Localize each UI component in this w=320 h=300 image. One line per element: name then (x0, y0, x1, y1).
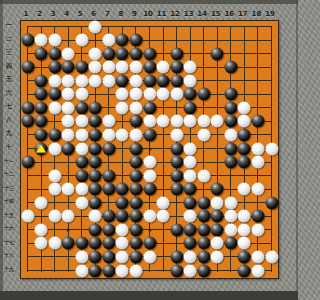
white-stone-15-14 (211, 196, 224, 209)
white-stone-4-7 (62, 101, 75, 114)
column-label-9: 9 (132, 9, 137, 19)
black-stone-15-13 (211, 183, 224, 196)
white-stone-5-18 (75, 250, 88, 263)
black-stone-9-14 (129, 196, 142, 209)
black-stone-17-19 (238, 264, 251, 277)
row-label-14: 十四 (4, 198, 14, 204)
white-stone-19-10 (265, 142, 278, 155)
black-stone-6-9 (89, 128, 102, 141)
black-stone-10-13 (143, 183, 156, 196)
black-stone-4-10 (62, 142, 75, 155)
black-stone-13-6 (184, 88, 197, 101)
black-stone-12-16 (170, 223, 183, 236)
white-stone-8-19 (116, 264, 129, 277)
white-stone-12-8 (170, 115, 183, 128)
triangle-marker (36, 145, 46, 153)
black-stone-10-17 (143, 237, 156, 250)
black-stone-13-14 (184, 196, 197, 209)
row-coordinate-labels: 一二三四五六七八九十十一十二十三十四十五十六十七十八十九 (0, 0, 18, 300)
black-stone-5-17 (75, 237, 88, 250)
black-stone-8-3 (116, 47, 129, 60)
white-stone-3-12 (48, 169, 61, 182)
row-label-16: 十六 (4, 225, 14, 231)
window-top-edge (0, 0, 298, 4)
row-label-10: 十 (6, 143, 12, 152)
black-stone-14-19 (197, 264, 210, 277)
white-stone-2-17 (35, 237, 48, 250)
black-stone-10-9 (143, 128, 156, 141)
black-stone-5-7 (75, 101, 88, 114)
black-stone-15-16 (211, 223, 224, 236)
black-stone-10-5 (143, 74, 156, 87)
white-stone-3-13 (48, 183, 61, 196)
black-stone-3-6 (48, 88, 61, 101)
black-stone-12-4 (170, 61, 183, 74)
white-stone-17-13 (238, 183, 251, 196)
row-label-12: 十二 (4, 171, 14, 177)
black-stone-9-13 (129, 183, 142, 196)
black-stone-12-13 (170, 183, 183, 196)
white-stone-13-18 (184, 250, 197, 263)
white-stone-3-2 (48, 34, 61, 47)
white-stone-9-6 (129, 88, 142, 101)
white-stone-9-19 (129, 264, 142, 277)
black-stone-9-10 (129, 142, 142, 155)
row-label-17: 十七 (4, 239, 14, 245)
black-stone-4-17 (62, 237, 75, 250)
row-label-7: 七 (6, 102, 12, 111)
white-stone-11-8 (157, 115, 170, 128)
hoshi-point (148, 228, 151, 231)
black-stone-17-10 (238, 142, 251, 155)
white-stone-5-8 (75, 115, 88, 128)
white-stone-10-18 (143, 250, 156, 263)
white-stone-13-11 (184, 156, 197, 169)
white-stone-15-17 (211, 237, 224, 250)
white-stone-6-4 (89, 61, 102, 74)
black-stone-7-10 (102, 142, 115, 155)
row-label-4: 四 (6, 61, 12, 70)
black-stone-17-9 (238, 128, 251, 141)
white-stone-5-13 (75, 183, 88, 196)
white-stone-12-9 (170, 128, 183, 141)
black-stone-5-12 (75, 169, 88, 182)
black-stone-7-12 (102, 169, 115, 182)
column-label-19: 19 (265, 9, 275, 19)
black-stone-8-13 (116, 183, 129, 196)
white-stone-10-12 (143, 169, 156, 182)
white-stone-16-9 (224, 128, 237, 141)
white-stone-7-5 (102, 74, 115, 87)
black-stone-6-13 (89, 183, 102, 196)
black-stone-6-7 (89, 101, 102, 114)
grid-hline (27, 270, 272, 271)
white-stone-12-6 (170, 88, 183, 101)
white-stone-5-6 (75, 88, 88, 101)
column-label-13: 13 (184, 9, 194, 19)
white-stone-14-9 (197, 128, 210, 141)
white-stone-11-4 (157, 61, 170, 74)
white-stone-3-7 (48, 101, 61, 114)
black-stone-18-8 (251, 115, 264, 128)
white-stone-8-6 (116, 88, 129, 101)
white-stone-6-15 (89, 210, 102, 223)
black-stone-7-17 (102, 237, 115, 250)
black-stone-2-9 (35, 128, 48, 141)
row-label-6: 六 (6, 88, 12, 97)
white-stone-3-15 (48, 210, 61, 223)
black-stone-1-2 (21, 34, 34, 47)
row-label-1: 一 (6, 21, 12, 30)
white-stone-13-19 (184, 264, 197, 277)
black-stone-1-8 (21, 115, 34, 128)
black-stone-11-5 (157, 74, 170, 87)
white-stone-10-11 (143, 156, 156, 169)
white-stone-9-9 (129, 128, 142, 141)
white-stone-5-2 (75, 34, 88, 47)
black-stone-17-11 (238, 156, 251, 169)
white-stone-8-4 (116, 61, 129, 74)
white-stone-10-8 (143, 115, 156, 128)
white-stone-4-3 (62, 47, 75, 60)
white-stone-9-4 (129, 61, 142, 74)
black-stone-16-17 (224, 237, 237, 250)
black-stone-1-11 (21, 156, 34, 169)
black-stone-9-3 (129, 47, 142, 60)
white-stone-2-2 (35, 34, 48, 47)
column-label-3: 3 (51, 9, 56, 19)
white-stone-15-18 (211, 250, 224, 263)
row-label-15: 十五 (4, 212, 14, 218)
black-stone-12-3 (170, 47, 183, 60)
row-label-13: 十三 (4, 185, 14, 191)
black-stone-18-15 (251, 210, 264, 223)
black-stone-17-18 (238, 250, 251, 263)
black-stone-5-11 (75, 156, 88, 169)
white-stone-13-12 (184, 169, 197, 182)
white-stone-18-18 (251, 250, 264, 263)
window-bottom-edge (0, 291, 298, 300)
black-stone-12-5 (170, 74, 183, 87)
black-stone-8-15 (116, 210, 129, 223)
column-label-6: 6 (91, 9, 96, 19)
black-stone-3-4 (48, 61, 61, 74)
black-stone-9-18 (129, 250, 142, 263)
white-stone-6-1 (89, 20, 102, 33)
row-label-5: 五 (6, 75, 12, 84)
black-stone-16-7 (224, 101, 237, 114)
black-stone-14-16 (197, 223, 210, 236)
black-stone-13-13 (184, 183, 197, 196)
row-label-3: 三 (6, 48, 12, 57)
black-stone-7-18 (102, 250, 115, 263)
black-stone-8-14 (116, 196, 129, 209)
black-stone-7-16 (102, 223, 115, 236)
black-stone-7-3 (102, 47, 115, 60)
white-stone-18-13 (251, 183, 264, 196)
white-stone-5-9 (75, 128, 88, 141)
white-stone-4-15 (62, 210, 75, 223)
black-stone-14-18 (197, 250, 210, 263)
black-stone-16-10 (224, 142, 237, 155)
column-label-11: 11 (157, 9, 167, 19)
row-label-11: 十一 (4, 158, 14, 164)
black-stone-4-4 (62, 61, 75, 74)
column-label-7: 7 (105, 9, 110, 19)
white-stone-11-6 (157, 88, 170, 101)
window-right-edge (296, 0, 298, 300)
white-stone-10-15 (143, 210, 156, 223)
white-stone-4-5 (62, 74, 75, 87)
black-stone-7-13 (102, 183, 115, 196)
black-stone-1-7 (21, 101, 34, 114)
black-stone-6-17 (89, 237, 102, 250)
row-label-2: 二 (6, 34, 12, 43)
go-board[interactable] (20, 20, 279, 279)
white-stone-17-17 (238, 237, 251, 250)
white-stone-16-16 (224, 223, 237, 236)
black-stone-1-4 (21, 61, 34, 74)
black-stone-15-15 (211, 210, 224, 223)
white-stone-3-5 (48, 74, 61, 87)
white-stone-13-10 (184, 142, 197, 155)
column-label-5: 5 (78, 9, 83, 19)
black-stone-6-12 (89, 169, 102, 182)
white-stone-16-14 (224, 196, 237, 209)
white-stone-2-16 (35, 223, 48, 236)
black-stone-9-16 (129, 223, 142, 236)
black-stone-6-11 (89, 156, 102, 169)
white-stone-3-10 (48, 142, 61, 155)
white-stone-13-4 (184, 61, 197, 74)
white-stone-16-15 (224, 210, 237, 223)
black-stone-13-7 (184, 101, 197, 114)
white-stone-5-5 (75, 74, 88, 87)
white-stone-18-11 (251, 156, 264, 169)
black-stone-2-5 (35, 74, 48, 87)
white-stone-4-8 (62, 115, 75, 128)
column-label-14: 14 (197, 9, 207, 19)
row-label-8: 八 (6, 115, 12, 124)
column-label-1: 1 (24, 9, 29, 19)
white-stone-7-9 (102, 128, 115, 141)
white-stone-7-2 (102, 34, 115, 47)
black-stone-16-4 (224, 61, 237, 74)
black-stone-12-10 (170, 142, 183, 155)
white-stone-15-8 (211, 115, 224, 128)
black-stone-6-10 (89, 142, 102, 155)
hoshi-point (67, 228, 70, 231)
white-stone-2-14 (35, 196, 48, 209)
black-stone-9-11 (129, 156, 142, 169)
white-stone-3-17 (48, 237, 61, 250)
white-stone-6-5 (89, 74, 102, 87)
black-stone-6-8 (89, 115, 102, 128)
black-stone-16-11 (224, 156, 237, 169)
black-stone-2-8 (35, 115, 48, 128)
go-app-window: { "game": "go", "board_size": 19, "label… (0, 0, 298, 300)
white-stone-7-8 (102, 115, 115, 128)
column-label-12: 12 (170, 9, 180, 19)
white-stone-8-17 (116, 237, 129, 250)
column-label-4: 4 (64, 9, 69, 19)
column-label-17: 17 (238, 9, 248, 19)
black-stone-12-11 (170, 156, 183, 169)
column-label-18: 18 (252, 9, 262, 19)
black-stone-3-9 (48, 128, 61, 141)
column-label-8: 8 (118, 9, 123, 19)
black-stone-16-8 (224, 115, 237, 128)
black-stone-19-14 (265, 196, 278, 209)
white-stone-8-18 (116, 250, 129, 263)
white-stone-13-5 (184, 74, 197, 87)
black-stone-9-8 (129, 115, 142, 128)
black-stone-15-3 (211, 47, 224, 60)
white-stone-17-7 (238, 101, 251, 114)
black-stone-10-3 (143, 47, 156, 60)
black-stone-8-2 (116, 34, 129, 47)
column-label-2: 2 (37, 9, 42, 19)
white-stone-13-15 (184, 210, 197, 223)
black-stone-2-3 (35, 47, 48, 60)
black-stone-16-6 (224, 88, 237, 101)
black-stone-10-7 (143, 101, 156, 114)
black-stone-14-14 (197, 196, 210, 209)
column-label-10: 10 (143, 9, 153, 19)
black-stone-9-15 (129, 210, 142, 223)
white-stone-19-18 (265, 250, 278, 263)
black-stone-5-4 (75, 61, 88, 74)
hoshi-point (148, 147, 151, 150)
white-stone-14-8 (197, 115, 210, 128)
black-stone-6-16 (89, 223, 102, 236)
black-stone-9-17 (129, 237, 142, 250)
black-stone-14-15 (197, 210, 210, 223)
white-stone-17-8 (238, 115, 251, 128)
row-label-18: 十八 (4, 252, 14, 258)
white-stone-17-16 (238, 223, 251, 236)
white-stone-4-9 (62, 128, 75, 141)
black-stone-8-5 (116, 74, 129, 87)
black-stone-13-16 (184, 223, 197, 236)
black-stone-9-12 (129, 169, 142, 182)
column-label-15: 15 (211, 9, 221, 19)
white-stone-5-14 (75, 196, 88, 209)
column-coordinate-labels: 12345678910111213141516171819 (0, 9, 298, 19)
white-stone-7-4 (102, 61, 115, 74)
black-stone-13-17 (184, 237, 197, 250)
white-stone-18-19 (251, 264, 264, 277)
white-stone-18-10 (251, 142, 264, 155)
row-label-19: 十九 (4, 266, 14, 272)
white-stone-9-7 (129, 101, 142, 114)
white-stone-8-16 (116, 223, 129, 236)
black-stone-14-6 (197, 88, 210, 101)
black-stone-6-18 (89, 250, 102, 263)
white-stone-6-3 (89, 47, 102, 60)
white-stone-8-7 (116, 101, 129, 114)
black-stone-12-18 (170, 250, 183, 263)
white-stone-5-10 (75, 142, 88, 155)
black-stone-9-2 (129, 34, 142, 47)
white-stone-18-16 (251, 223, 264, 236)
row-label-9: 九 (6, 129, 12, 138)
white-stone-1-15 (21, 210, 34, 223)
black-stone-2-7 (35, 101, 48, 114)
white-stone-14-12 (197, 169, 210, 182)
black-stone-2-6 (35, 88, 48, 101)
white-stone-9-5 (129, 74, 142, 87)
black-stone-3-3 (48, 47, 61, 60)
black-stone-7-19 (102, 264, 115, 277)
white-stone-13-8 (184, 115, 197, 128)
black-stone-12-19 (170, 264, 183, 277)
column-label-16: 16 (224, 9, 234, 19)
white-stone-8-9 (116, 128, 129, 141)
black-stone-14-17 (197, 237, 210, 250)
white-stone-11-14 (157, 196, 170, 209)
black-stone-10-4 (143, 61, 156, 74)
black-stone-12-12 (170, 169, 183, 182)
white-stone-5-19 (75, 264, 88, 277)
white-stone-11-15 (157, 210, 170, 223)
black-stone-7-15 (102, 210, 115, 223)
black-stone-6-14 (89, 196, 102, 209)
white-stone-4-6 (62, 88, 75, 101)
black-stone-6-19 (89, 264, 102, 277)
white-stone-17-15 (238, 210, 251, 223)
white-stone-10-6 (143, 88, 156, 101)
white-stone-4-13 (62, 183, 75, 196)
